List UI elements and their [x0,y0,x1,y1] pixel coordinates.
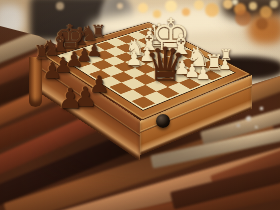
board-field [57,28,234,110]
drawer-knob [156,114,170,128]
bokeh-light [256,18,268,30]
photo-scene: ♜♞♝♛♚♝♝♚♞♞♝♟♜♜♟♟♟♟♞♟♟♜♟♟♟♟♟♟♛♟♟♟ [0,0,280,210]
box-corner-post [29,57,42,107]
chess-board [64,0,229,146]
bokeh-light [56,2,64,10]
bokeh-light [235,10,251,26]
bokeh-light [249,2,257,10]
bokeh-light [260,6,272,18]
bokeh-light [270,0,278,8]
